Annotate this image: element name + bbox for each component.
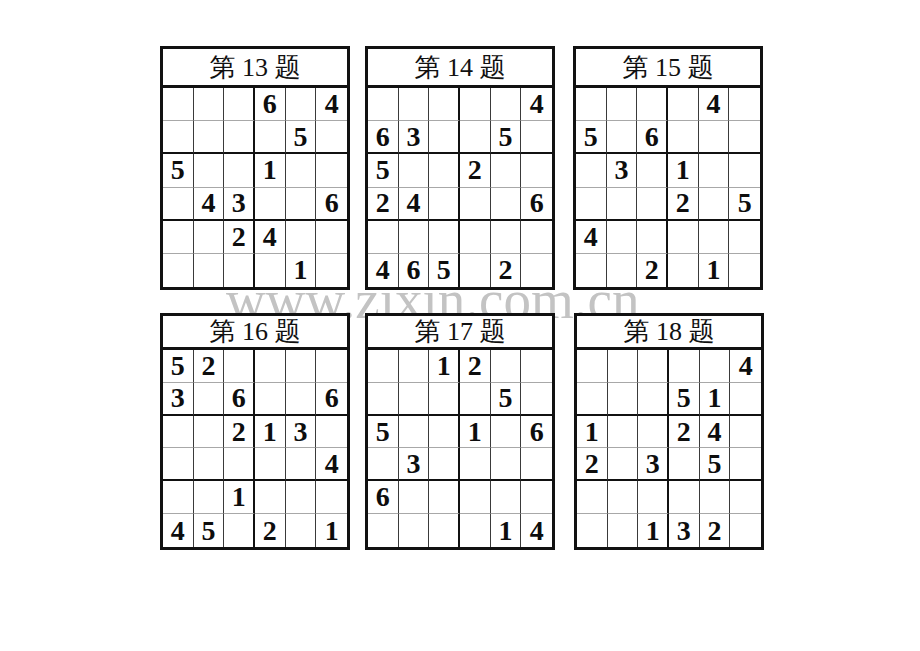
sudoku-cell-empty[interactable] <box>368 221 399 254</box>
sudoku-cell-empty[interactable] <box>194 88 225 121</box>
sudoku-cell-empty[interactable] <box>460 514 491 547</box>
sudoku-cell-empty[interactable] <box>316 121 347 154</box>
sudoku-cell-given: 6 <box>224 383 255 416</box>
puzzle-title: 第 13 题 <box>163 49 347 88</box>
sudoku-cell-empty[interactable] <box>399 514 430 547</box>
sudoku-cell-empty[interactable] <box>637 221 668 254</box>
sudoku-cell-given: 2 <box>224 221 255 254</box>
sudoku-cell-empty[interactable] <box>491 416 522 449</box>
sudoku-cell-empty[interactable] <box>607 88 638 121</box>
sudoku-cell-given: 1 <box>316 514 347 547</box>
sudoku-cell-empty[interactable] <box>194 121 225 154</box>
sudoku-cell-empty[interactable] <box>255 448 286 481</box>
sudoku-cell-given: 5 <box>429 254 460 287</box>
sudoku-cell-empty[interactable] <box>429 88 460 121</box>
sudoku-cell-empty[interactable] <box>607 221 638 254</box>
sudoku-cell-empty[interactable] <box>429 221 460 254</box>
sudoku-cell-given: 1 <box>491 514 522 547</box>
sudoku-cell-given: 5 <box>368 416 399 449</box>
sudoku-cell-given: 4 <box>399 188 430 221</box>
sudoku-cell-given: 2 <box>224 416 255 449</box>
sudoku-cell-given: 5 <box>368 154 399 187</box>
sudoku-cell-given: 1 <box>638 514 669 547</box>
sudoku-cell-empty[interactable] <box>316 254 347 287</box>
sudoku-cell-empty[interactable] <box>163 254 194 287</box>
sudoku-cell-empty[interactable] <box>224 254 255 287</box>
sudoku-cell-given: 2 <box>460 350 491 383</box>
puzzle-title: 第 15 题 <box>576 49 760 88</box>
sudoku-cell-empty[interactable] <box>700 350 731 383</box>
sudoku-puzzle-4: 第 16 题52366213414521 <box>160 313 350 550</box>
sudoku-cell-given: 3 <box>399 448 430 481</box>
sudoku-cell-empty[interactable] <box>460 254 491 287</box>
sudoku-cell-empty[interactable] <box>224 350 255 383</box>
sudoku-cell-empty[interactable] <box>638 350 669 383</box>
sudoku-cell-given: 2 <box>194 350 225 383</box>
sudoku-cell-given: 2 <box>460 154 491 187</box>
sudoku-cell-empty[interactable] <box>576 88 607 121</box>
sudoku-cell-empty[interactable] <box>224 448 255 481</box>
sudoku-cell-empty[interactable] <box>429 121 460 154</box>
sudoku-cell-empty[interactable] <box>700 481 731 514</box>
sudoku-cell-empty[interactable] <box>399 416 430 449</box>
sudoku-cell-given: 5 <box>163 154 194 187</box>
sudoku-cell-given: 6 <box>316 383 347 416</box>
sudoku-cell-empty[interactable] <box>286 221 317 254</box>
sudoku-cell-empty[interactable] <box>730 481 761 514</box>
sudoku-cell-empty[interactable] <box>286 481 317 514</box>
sudoku-cell-empty[interactable] <box>368 350 399 383</box>
sudoku-cell-empty[interactable] <box>699 121 730 154</box>
sudoku-cell-given: 2 <box>637 254 668 287</box>
sudoku-cell-empty[interactable] <box>429 154 460 187</box>
sudoku-cell-given: 1 <box>577 416 608 449</box>
sudoku-cell-empty[interactable] <box>699 154 730 187</box>
sudoku-cell-given: 1 <box>460 416 491 449</box>
sudoku-cell-given: 4 <box>368 254 399 287</box>
sudoku-cell-given: 1 <box>700 383 731 416</box>
sudoku-grid: 451124235132 <box>577 350 761 547</box>
sudoku-cell-empty[interactable] <box>491 188 522 221</box>
sudoku-puzzle-1: 第 13 题64551436241 <box>160 46 350 290</box>
sudoku-cell-given: 2 <box>255 514 286 547</box>
sudoku-cell-empty[interactable] <box>399 221 430 254</box>
sudoku-cell-empty[interactable] <box>668 121 699 154</box>
sudoku-cell-given: 6 <box>368 121 399 154</box>
sudoku-cell-empty[interactable] <box>491 350 522 383</box>
sudoku-cell-empty[interactable] <box>521 121 552 154</box>
sudoku-cell-given: 2 <box>491 254 522 287</box>
sudoku-cell-empty[interactable] <box>638 383 669 416</box>
sudoku-cell-given: 3 <box>399 121 430 154</box>
sudoku-cell-given: 4 <box>699 88 730 121</box>
sudoku-cell-empty[interactable] <box>224 154 255 187</box>
sudoku-cell-empty[interactable] <box>224 88 255 121</box>
sudoku-cell-empty[interactable] <box>316 350 347 383</box>
sudoku-cell-empty[interactable] <box>491 481 522 514</box>
sudoku-cell-empty[interactable] <box>255 188 286 221</box>
sudoku-cell-empty[interactable] <box>607 121 638 154</box>
sudoku-cell-given: 5 <box>491 383 522 416</box>
sudoku-puzzle-6: 第 18 题451124235132 <box>574 313 764 550</box>
sudoku-cell-empty[interactable] <box>368 448 399 481</box>
sudoku-puzzle-3: 第 15 题4563125421 <box>573 46 763 290</box>
sudoku-cell-given: 2 <box>700 514 731 547</box>
sudoku-cell-given: 1 <box>668 154 699 187</box>
sudoku-cell-empty[interactable] <box>224 514 255 547</box>
sudoku-cell-empty[interactable] <box>608 448 639 481</box>
sudoku-cell-given: 3 <box>224 188 255 221</box>
sudoku-cell-given: 4 <box>194 188 225 221</box>
sudoku-cell-empty[interactable] <box>429 514 460 547</box>
sudoku-cell-empty[interactable] <box>491 221 522 254</box>
sudoku-cell-given: 2 <box>669 416 700 449</box>
sudoku-cell-empty[interactable] <box>729 154 760 187</box>
sudoku-cell-given: 5 <box>576 121 607 154</box>
sudoku-cell-empty[interactable] <box>224 121 255 154</box>
sudoku-cell-empty[interactable] <box>668 221 699 254</box>
sudoku-cell-given: 6 <box>521 188 552 221</box>
sudoku-cell-empty[interactable] <box>255 121 286 154</box>
sudoku-cell-given: 5 <box>700 448 731 481</box>
sudoku-cell-empty[interactable] <box>668 254 699 287</box>
sudoku-cell-given: 6 <box>521 416 552 449</box>
sudoku-cell-empty[interactable] <box>521 221 552 254</box>
sudoku-cell-empty[interactable] <box>460 221 491 254</box>
sudoku-cell-given: 3 <box>638 448 669 481</box>
sudoku-cell-empty[interactable] <box>638 481 669 514</box>
sudoku-cell-empty[interactable] <box>460 188 491 221</box>
sudoku-cell-empty[interactable] <box>399 88 430 121</box>
sudoku-cell-empty[interactable] <box>521 383 552 416</box>
sudoku-cell-empty[interactable] <box>491 154 522 187</box>
sudoku-cell-empty[interactable] <box>286 154 317 187</box>
sudoku-cell-empty[interactable] <box>255 383 286 416</box>
sudoku-cell-given: 6 <box>316 188 347 221</box>
sudoku-cell-given: 3 <box>669 514 700 547</box>
sudoku-cell-empty[interactable] <box>729 121 760 154</box>
sudoku-cell-empty[interactable] <box>429 448 460 481</box>
sudoku-cell-empty[interactable] <box>163 188 194 221</box>
sudoku-cell-given: 1 <box>429 350 460 383</box>
sudoku-cell-empty[interactable] <box>729 88 760 121</box>
sudoku-cell-given: 4 <box>521 88 552 121</box>
sudoku-cell-empty[interactable] <box>576 154 607 187</box>
sudoku-cell-empty[interactable] <box>521 350 552 383</box>
sudoku-cell-empty[interactable] <box>163 221 194 254</box>
sudoku-cell-empty[interactable] <box>608 514 639 547</box>
sudoku-cell-empty[interactable] <box>194 481 225 514</box>
sudoku-cell-empty[interactable] <box>491 448 522 481</box>
sudoku-cell-empty[interactable] <box>460 481 491 514</box>
sudoku-cell-empty[interactable] <box>163 88 194 121</box>
sudoku-cell-empty[interactable] <box>608 350 639 383</box>
sudoku-cell-empty[interactable] <box>286 448 317 481</box>
sudoku-cell-empty[interactable] <box>194 448 225 481</box>
sudoku-puzzle-5: 第 17 题1255163614 <box>365 313 555 550</box>
puzzle-title: 第 14 题 <box>368 49 552 88</box>
sudoku-cell-empty[interactable] <box>316 416 347 449</box>
sudoku-cell-empty[interactable] <box>194 154 225 187</box>
sudoku-cell-given: 3 <box>607 154 638 187</box>
sudoku-cell-empty[interactable] <box>730 383 761 416</box>
sudoku-cell-empty[interactable] <box>460 88 491 121</box>
sudoku-cell-empty[interactable] <box>729 221 760 254</box>
sudoku-cell-empty[interactable] <box>699 221 730 254</box>
sudoku-cell-empty[interactable] <box>163 448 194 481</box>
sudoku-cell-given: 5 <box>286 121 317 154</box>
sudoku-cell-given: 2 <box>577 448 608 481</box>
sudoku-cell-empty[interactable] <box>521 154 552 187</box>
sudoku-cell-given: 6 <box>637 121 668 154</box>
sudoku-cell-empty[interactable] <box>608 481 639 514</box>
sudoku-cell-given: 4 <box>700 416 731 449</box>
sudoku-cell-empty[interactable] <box>399 154 430 187</box>
sudoku-cell-empty[interactable] <box>316 221 347 254</box>
sudoku-cell-empty[interactable] <box>368 383 399 416</box>
sudoku-puzzle-2: 第 14 题4635522464652 <box>365 46 555 290</box>
sudoku-cell-empty[interactable] <box>286 514 317 547</box>
sudoku-cell-given: 3 <box>163 383 194 416</box>
puzzle-title: 第 17 题 <box>368 316 552 350</box>
sudoku-cell-given: 4 <box>163 514 194 547</box>
sudoku-cell-empty[interactable] <box>255 481 286 514</box>
sudoku-cell-empty[interactable] <box>637 154 668 187</box>
sudoku-cell-empty[interactable] <box>399 350 430 383</box>
sudoku-grid: 52366213414521 <box>163 350 347 547</box>
sudoku-grid: 1255163614 <box>368 350 552 547</box>
sudoku-cell-empty[interactable] <box>429 416 460 449</box>
sudoku-cell-empty[interactable] <box>194 221 225 254</box>
sudoku-cell-given: 6 <box>255 88 286 121</box>
sudoku-cell-given: 3 <box>286 416 317 449</box>
sudoku-cell-empty[interactable] <box>608 416 639 449</box>
sudoku-cell-empty[interactable] <box>255 350 286 383</box>
sudoku-cell-given: 5 <box>669 383 700 416</box>
sudoku-cell-empty[interactable] <box>163 481 194 514</box>
sudoku-cell-empty[interactable] <box>576 188 607 221</box>
sudoku-cell-empty[interactable] <box>286 350 317 383</box>
sudoku-cell-empty[interactable] <box>429 383 460 416</box>
sudoku-cell-empty[interactable] <box>577 481 608 514</box>
sudoku-cell-given: 1 <box>224 481 255 514</box>
sudoku-grid: 4563125421 <box>576 88 760 287</box>
sudoku-cell-empty[interactable] <box>521 448 552 481</box>
sudoku-cell-empty[interactable] <box>637 88 668 121</box>
sudoku-cell-empty[interactable] <box>399 383 430 416</box>
sudoku-cell-given: 4 <box>316 448 347 481</box>
sudoku-cell-given: 6 <box>368 481 399 514</box>
sudoku-cell-empty[interactable] <box>730 416 761 449</box>
sudoku-cell-empty[interactable] <box>577 350 608 383</box>
sudoku-cell-empty[interactable] <box>521 254 552 287</box>
sudoku-cell-empty[interactable] <box>699 188 730 221</box>
sudoku-cell-given: 4 <box>576 221 607 254</box>
sudoku-cell-empty[interactable] <box>286 188 317 221</box>
sudoku-cell-empty[interactable] <box>368 88 399 121</box>
sudoku-cell-empty[interactable] <box>194 416 225 449</box>
sudoku-cell-empty[interactable] <box>460 121 491 154</box>
sudoku-cell-empty[interactable] <box>429 188 460 221</box>
sudoku-cell-given: 5 <box>194 514 225 547</box>
sudoku-cell-empty[interactable] <box>163 416 194 449</box>
sudoku-cell-empty[interactable] <box>730 448 761 481</box>
sudoku-cell-given: 1 <box>255 154 286 187</box>
sudoku-cell-empty[interactable] <box>286 88 317 121</box>
sudoku-cell-empty[interactable] <box>577 514 608 547</box>
sudoku-cell-empty[interactable] <box>399 481 430 514</box>
sudoku-cell-given: 5 <box>729 188 760 221</box>
sudoku-cell-given: 4 <box>730 350 761 383</box>
sudoku-cell-empty[interactable] <box>576 254 607 287</box>
sudoku-cell-given: 6 <box>399 254 430 287</box>
sudoku-cell-empty[interactable] <box>194 383 225 416</box>
sudoku-cell-empty[interactable] <box>460 383 491 416</box>
sudoku-cell-empty[interactable] <box>286 383 317 416</box>
sudoku-cell-given: 2 <box>368 188 399 221</box>
sudoku-cell-given: 1 <box>286 254 317 287</box>
sudoku-cell-empty[interactable] <box>669 448 700 481</box>
sudoku-cell-empty[interactable] <box>669 481 700 514</box>
sudoku-cell-given: 2 <box>668 188 699 221</box>
sudoku-cell-empty[interactable] <box>316 154 347 187</box>
sudoku-grid: 64551436241 <box>163 88 347 287</box>
sudoku-cell-empty[interactable] <box>577 383 608 416</box>
sudoku-cell-empty[interactable] <box>460 448 491 481</box>
sudoku-grid: 4635522464652 <box>368 88 552 287</box>
sudoku-cell-empty[interactable] <box>163 121 194 154</box>
sudoku-cell-empty[interactable] <box>255 254 286 287</box>
sudoku-cell-empty[interactable] <box>637 188 668 221</box>
sudoku-cell-given: 1 <box>255 416 286 449</box>
sudoku-cell-given: 1 <box>699 254 730 287</box>
sudoku-cell-empty[interactable] <box>491 88 522 121</box>
sudoku-cell-empty[interactable] <box>607 254 638 287</box>
sudoku-cell-empty[interactable] <box>316 481 347 514</box>
sudoku-cell-given: 5 <box>491 121 522 154</box>
sudoku-cell-empty[interactable] <box>729 254 760 287</box>
puzzle-title: 第 16 题 <box>163 316 347 350</box>
sudoku-cell-empty[interactable] <box>669 350 700 383</box>
sudoku-cell-empty[interactable] <box>638 416 669 449</box>
sudoku-cell-empty[interactable] <box>368 514 399 547</box>
sudoku-cell-empty[interactable] <box>668 88 699 121</box>
sudoku-cell-empty[interactable] <box>730 514 761 547</box>
sudoku-cell-empty[interactable] <box>608 383 639 416</box>
sudoku-cell-given: 4 <box>316 88 347 121</box>
sudoku-worksheet-page: www.zixin.com.cn 第 13 题64551436241第 14 题… <box>0 0 920 651</box>
sudoku-cell-given: 4 <box>255 221 286 254</box>
sudoku-cell-empty[interactable] <box>194 254 225 287</box>
sudoku-cell-empty[interactable] <box>521 481 552 514</box>
sudoku-cell-empty[interactable] <box>429 481 460 514</box>
puzzle-title: 第 18 题 <box>577 316 761 350</box>
sudoku-cell-empty[interactable] <box>607 188 638 221</box>
sudoku-cell-given: 4 <box>521 514 552 547</box>
sudoku-cell-given: 5 <box>163 350 194 383</box>
